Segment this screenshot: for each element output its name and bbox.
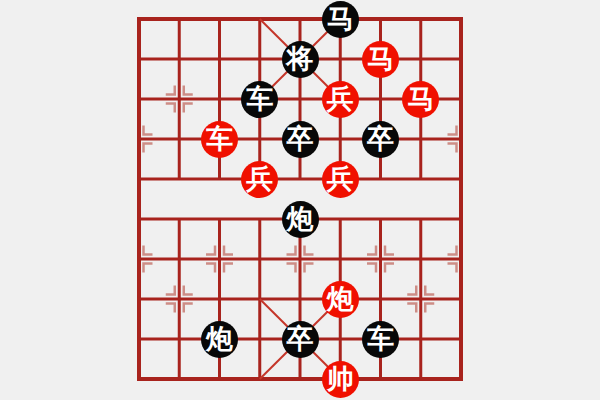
point-c7-r6[interactable] [240, 319, 280, 359]
point-c0-r4[interactable] [199, 199, 239, 239]
red-soldier-piece[interactable]: 兵 [322, 81, 359, 118]
point-c1-r0[interactable] [159, 0, 199, 39]
intersection-grid: 马将马车兵马车卒卒兵兵炮炮炮卒车帅 [119, 0, 481, 399]
point-c7-r2[interactable] [401, 119, 441, 159]
point-c6-r5[interactable] [119, 279, 159, 319]
point-c4-r5[interactable] [401, 239, 441, 279]
point-c1-r1[interactable] [199, 39, 239, 79]
point-c0-r6[interactable] [240, 279, 280, 319]
point-c2-r4[interactable] [320, 199, 360, 239]
point-c7-r3[interactable] [119, 199, 159, 239]
point-c8-r0[interactable] [119, 39, 159, 79]
point-c4-r7[interactable] [199, 359, 239, 399]
point-c2-r6[interactable] [360, 279, 400, 319]
red-general-piece[interactable]: 帅 [322, 361, 359, 398]
point-c4-r4[interactable] [401, 199, 441, 239]
black-general-piece[interactable]: 将 [282, 41, 319, 78]
point-c1-r6[interactable] [280, 279, 320, 319]
point-c1-r3[interactable] [159, 159, 199, 199]
point-c7-r7[interactable] [360, 359, 400, 399]
point-c0-r2[interactable] [280, 79, 320, 119]
point-c1-r2[interactable] [360, 79, 400, 119]
point-c6-r6[interactable] [159, 319, 199, 359]
point-c7-r0[interactable] [441, 0, 481, 39]
point-c8-r6[interactable] [320, 319, 360, 359]
point-c8-r5[interactable] [199, 279, 239, 319]
point-c4-r1[interactable] [401, 39, 441, 79]
point-c5-r4[interactable] [441, 199, 481, 239]
point-c5-r1[interactable] [441, 39, 481, 79]
point-c8-r2[interactable] [441, 119, 481, 159]
point-c6-r0[interactable] [401, 0, 441, 39]
point-c0-r0[interactable] [119, 0, 159, 39]
point-c5-r0[interactable] [360, 0, 400, 39]
red-cannon-piece[interactable]: 炮 [322, 281, 359, 318]
black-chariot-piece[interactable]: 车 [241, 81, 278, 118]
point-c0-r8[interactable] [441, 359, 481, 399]
black-soldier-piece[interactable]: 卒 [362, 121, 399, 158]
point-c1-r7[interactable] [441, 319, 481, 359]
point-c0-r1[interactable] [159, 39, 199, 79]
point-c0-r5[interactable] [240, 239, 280, 279]
point-c4-r6[interactable] [441, 279, 481, 319]
point-c6-r4[interactable] [119, 239, 159, 279]
point-c2-r2[interactable] [441, 79, 481, 119]
point-c2-r7[interactable] [119, 359, 159, 399]
black-horse-piece[interactable]: 马 [322, 1, 359, 38]
point-c5-r2[interactable] [240, 119, 280, 159]
black-chariot-piece[interactable]: 车 [362, 321, 399, 358]
point-c3-r4[interactable] [360, 199, 400, 239]
red-soldier-piece[interactable]: 兵 [322, 161, 359, 198]
point-c6-r7[interactable] [280, 359, 320, 399]
point-c3-r1[interactable] [320, 39, 360, 79]
point-c3-r3[interactable] [280, 159, 320, 199]
red-chariot-piece[interactable]: 车 [201, 121, 238, 158]
point-c8-r1[interactable] [199, 79, 239, 119]
point-c2-r1[interactable] [240, 39, 280, 79]
point-c5-r6[interactable] [119, 319, 159, 359]
black-soldier-piece[interactable]: 卒 [282, 121, 319, 158]
point-c4-r3[interactable] [360, 159, 400, 199]
point-c3-r6[interactable] [401, 279, 441, 319]
red-soldier-piece[interactable]: 兵 [241, 161, 278, 198]
black-cannon-piece[interactable]: 炮 [282, 201, 319, 238]
point-c4-r0[interactable] [280, 0, 320, 39]
point-c3-r2[interactable] [119, 119, 159, 159]
point-c8-r3[interactable] [159, 199, 199, 239]
xiangqi-board: 马将马车兵马车卒卒兵兵炮炮炮卒车帅 [0, 0, 600, 400]
point-c6-r2[interactable] [320, 119, 360, 159]
point-c7-r4[interactable] [159, 239, 199, 279]
point-c6-r3[interactable] [441, 159, 481, 199]
point-c3-r0[interactable] [240, 0, 280, 39]
point-c5-r7[interactable] [240, 359, 280, 399]
point-c0-r7[interactable] [401, 319, 441, 359]
black-soldier-piece[interactable]: 卒 [282, 321, 319, 358]
point-c1-r5[interactable] [280, 239, 320, 279]
point-c4-r2[interactable] [159, 119, 199, 159]
point-c3-r5[interactable] [360, 239, 400, 279]
black-cannon-piece[interactable]: 炮 [201, 321, 238, 358]
point-c8-r4[interactable] [199, 239, 239, 279]
point-c8-r7[interactable] [401, 359, 441, 399]
point-c7-r1[interactable] [159, 79, 199, 119]
point-c5-r3[interactable] [401, 159, 441, 199]
point-c3-r7[interactable] [159, 359, 199, 399]
point-c2-r0[interactable] [199, 0, 239, 39]
point-c7-r5[interactable] [159, 279, 199, 319]
point-c5-r5[interactable] [441, 239, 481, 279]
point-c6-r1[interactable] [119, 79, 159, 119]
point-c0-r3[interactable] [119, 159, 159, 199]
red-horse-piece[interactable]: 马 [362, 41, 399, 78]
red-horse-piece[interactable]: 马 [402, 81, 439, 118]
point-c2-r5[interactable] [320, 239, 360, 279]
point-c2-r3[interactable] [199, 159, 239, 199]
point-c1-r4[interactable] [240, 199, 280, 239]
